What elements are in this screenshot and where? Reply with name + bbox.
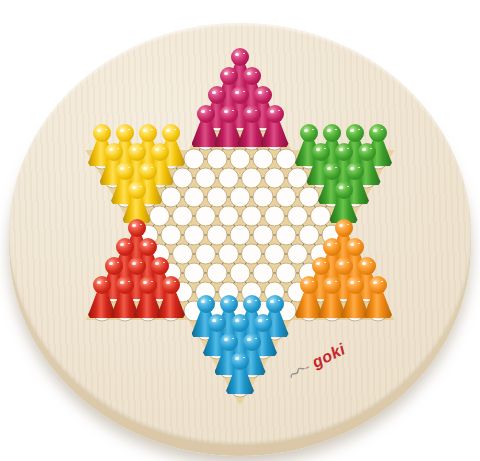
hole-r8-c5[interactable] (253, 225, 273, 245)
hole-r10-c1[interactable] (138, 263, 158, 283)
hole-r8-c7[interactable] (299, 225, 319, 245)
hole-r11-c3[interactable] (173, 282, 193, 302)
hole-r8-c6[interactable] (276, 225, 296, 245)
hole-r3-c3[interactable] (265, 130, 285, 150)
hole-r6-c2[interactable] (161, 187, 181, 207)
hole-r9-c0[interactable] (127, 244, 147, 264)
hole-r5-c0[interactable] (104, 168, 124, 188)
hole-r12-c4[interactable] (184, 301, 204, 321)
hole-r4-c0[interactable] (92, 149, 112, 169)
hole-r11-c9[interactable] (311, 282, 331, 302)
hole-r12-c12[interactable] (368, 301, 388, 321)
hole-r12-c11[interactable] (345, 301, 365, 321)
hole-r14-c1[interactable] (230, 339, 250, 359)
hole-r5-c3[interactable] (173, 168, 193, 188)
hole-r0-c0[interactable] (230, 73, 250, 93)
hole-r10-c7[interactable] (276, 263, 296, 283)
hole-r4-c1[interactable] (115, 149, 135, 169)
hole-r11-c7[interactable] (265, 282, 285, 302)
hole-r12-c3[interactable] (161, 301, 181, 321)
hole-r12-c6[interactable] (230, 301, 250, 321)
hole-r7-c8[interactable] (311, 206, 331, 226)
hole-r8-c4[interactable] (230, 225, 250, 245)
hole-r7-c1[interactable] (150, 206, 170, 226)
hole-r10-c8[interactable] (299, 263, 319, 283)
hole-r10-c2[interactable] (161, 263, 181, 283)
hole-r11-c2[interactable] (150, 282, 170, 302)
hole-r11-c8[interactable] (288, 282, 308, 302)
hole-r10-c3[interactable] (184, 263, 204, 283)
hole-r7-c5[interactable] (242, 206, 262, 226)
hole-r2-c1[interactable] (230, 111, 250, 131)
hole-r6-c4[interactable] (207, 187, 227, 207)
hole-r1-c0[interactable] (219, 92, 239, 112)
hole-r9-c1[interactable] (150, 244, 170, 264)
product-photo: goki (0, 0, 480, 461)
hole-r11-c11[interactable] (357, 282, 377, 302)
hole-r11-c4[interactable] (196, 282, 216, 302)
hole-r12-c8[interactable] (276, 301, 296, 321)
hole-r10-c6[interactable] (253, 263, 273, 283)
hole-r10-c0[interactable] (115, 263, 135, 283)
board-field (0, 0, 480, 461)
hole-r9-c5[interactable] (242, 244, 262, 264)
hole-r13-c2[interactable] (242, 320, 262, 340)
hole-r9-c3[interactable] (196, 244, 216, 264)
hole-r7-c3[interactable] (196, 206, 216, 226)
hole-r4-c8[interactable] (276, 149, 296, 169)
hole-r6-c0[interactable] (115, 187, 135, 207)
hole-r13-c1[interactable] (219, 320, 239, 340)
hole-r6-c5[interactable] (230, 187, 250, 207)
hole-r8-c2[interactable] (184, 225, 204, 245)
hole-r10-c5[interactable] (230, 263, 250, 283)
hole-r9-c6[interactable] (265, 244, 285, 264)
hole-r4-c11[interactable] (345, 149, 365, 169)
hole-r13-c3[interactable] (265, 320, 285, 340)
hole-r9-c2[interactable] (173, 244, 193, 264)
hole-r11-c0[interactable] (104, 282, 124, 302)
hole-r10-c10[interactable] (345, 263, 365, 283)
hole-r5-c9[interactable] (311, 168, 331, 188)
hole-r11-c6[interactable] (242, 282, 262, 302)
hole-r4-c10[interactable] (322, 149, 342, 169)
hole-r11-c5[interactable] (219, 282, 239, 302)
hole-r5-c4[interactable] (196, 168, 216, 188)
hole-r6-c7[interactable] (276, 187, 296, 207)
hole-r14-c2[interactable] (253, 339, 273, 359)
hole-r5-c2[interactable] (150, 168, 170, 188)
hole-r4-c9[interactable] (299, 149, 319, 169)
hole-r8-c8[interactable] (322, 225, 342, 245)
hole-r2-c2[interactable] (253, 111, 273, 131)
hole-r5-c11[interactable] (357, 168, 377, 188)
hole-r12-c5[interactable] (207, 301, 227, 321)
hole-r4-c5[interactable] (207, 149, 227, 169)
hole-r12-c2[interactable] (138, 301, 158, 321)
hole-r6-c9[interactable] (322, 187, 342, 207)
hole-r10-c9[interactable] (322, 263, 342, 283)
hole-r7-c2[interactable] (173, 206, 193, 226)
hole-r2-c0[interactable] (207, 111, 227, 131)
hole-r4-c7[interactable] (253, 149, 273, 169)
hole-r4-c2[interactable] (138, 149, 158, 169)
hole-r5-c5[interactable] (219, 168, 239, 188)
hole-r9-c9[interactable] (334, 244, 354, 264)
hole-r10-c4[interactable] (207, 263, 227, 283)
hole-r9-c7[interactable] (288, 244, 308, 264)
hole-r7-c9[interactable] (334, 206, 354, 226)
hole-r6-c1[interactable] (138, 187, 158, 207)
hole-r9-c4[interactable] (219, 244, 239, 264)
hole-r8-c0[interactable] (138, 225, 158, 245)
hole-r3-c0[interactable] (196, 130, 216, 150)
hole-r12-c9[interactable] (299, 301, 319, 321)
hole-r12-c7[interactable] (253, 301, 273, 321)
hole-r14-c0[interactable] (207, 339, 227, 359)
hole-r5-c8[interactable] (288, 168, 308, 188)
hole-r6-c10[interactable] (345, 187, 365, 207)
hole-r4-c4[interactable] (184, 149, 204, 169)
hole-r5-c6[interactable] (242, 168, 262, 188)
hole-r4-c6[interactable] (230, 149, 250, 169)
hole-r7-c4[interactable] (219, 206, 239, 226)
hole-r5-c1[interactable] (127, 168, 147, 188)
hole-r15-c0[interactable] (219, 358, 239, 378)
hole-r7-c7[interactable] (288, 206, 308, 226)
hole-r12-c10[interactable] (322, 301, 342, 321)
hole-r15-c1[interactable] (242, 358, 262, 378)
hole-r7-c0[interactable] (127, 206, 147, 226)
hole-r4-c3[interactable] (161, 149, 181, 169)
hole-r9-c8[interactable] (311, 244, 331, 264)
hole-r3-c2[interactable] (242, 130, 262, 150)
hole-r4-c12[interactable] (368, 149, 388, 169)
hole-r5-c10[interactable] (334, 168, 354, 188)
hole-r8-c1[interactable] (161, 225, 181, 245)
hole-r11-c1[interactable] (127, 282, 147, 302)
hole-r6-c8[interactable] (299, 187, 319, 207)
hole-r13-c0[interactable] (196, 320, 216, 340)
hole-r1-c1[interactable] (242, 92, 262, 112)
hole-r6-c6[interactable] (253, 187, 273, 207)
hole-r16-c0[interactable] (230, 377, 250, 397)
hole-r6-c3[interactable] (184, 187, 204, 207)
hole-r11-c10[interactable] (334, 282, 354, 302)
hole-r12-c1[interactable] (115, 301, 135, 321)
hole-r12-c0[interactable] (92, 301, 112, 321)
hole-r7-c6[interactable] (265, 206, 285, 226)
hole-r3-c1[interactable] (219, 130, 239, 150)
hole-r8-c3[interactable] (207, 225, 227, 245)
hole-r5-c7[interactable] (265, 168, 285, 188)
